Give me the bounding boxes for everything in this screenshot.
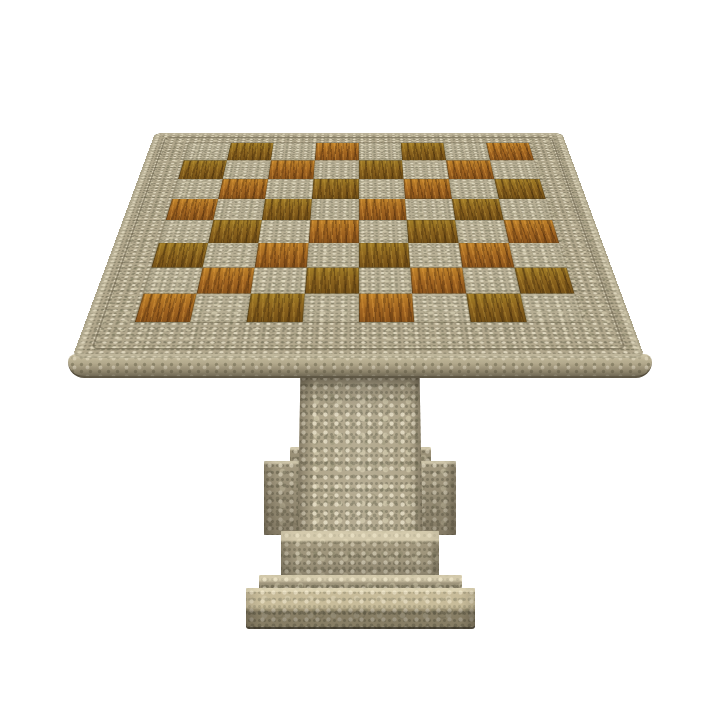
edge-groove-line xyxy=(91,137,626,349)
chess-table-photo xyxy=(0,0,720,720)
table-top-surface xyxy=(72,133,645,358)
tabletop xyxy=(0,0,720,720)
